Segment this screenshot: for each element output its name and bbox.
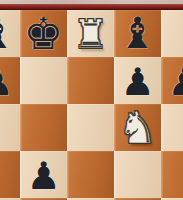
square-d7[interactable]: ♟: [114, 57, 161, 104]
piece-black-pawn[interactable]: ♟: [161, 57, 183, 104]
piece-black-pawn[interactable]: ♟: [0, 57, 20, 104]
square-d6[interactable]: ♞: [114, 104, 161, 151]
square-c4[interactable]: [67, 198, 114, 200]
square-a7[interactable]: ♟: [0, 57, 20, 104]
square-c5[interactable]: [67, 151, 114, 198]
square-a4[interactable]: [0, 198, 20, 200]
chess-board: ♝♚♜♝♟♟♟♞♟: [0, 10, 183, 200]
square-b6[interactable]: [20, 104, 67, 151]
board-viewport: ♝♚♜♝♟♟♟♞♟: [0, 10, 183, 200]
square-d8[interactable]: ♝: [114, 10, 161, 57]
piece-white-knight[interactable]: ♞: [114, 104, 161, 151]
square-e7[interactable]: ♟: [161, 57, 183, 104]
square-e4[interactable]: [161, 198, 183, 200]
square-e5[interactable]: [161, 151, 183, 198]
piece-white-rook[interactable]: ♜: [67, 10, 114, 57]
square-e6[interactable]: [161, 104, 183, 151]
square-b5[interactable]: ♟: [20, 151, 67, 198]
square-d5[interactable]: [114, 151, 161, 198]
square-c7[interactable]: [67, 57, 114, 104]
square-a8[interactable]: ♝: [0, 10, 20, 57]
piece-black-bishop[interactable]: ♝: [0, 10, 20, 57]
square-a5[interactable]: [0, 151, 20, 198]
square-b8[interactable]: ♚: [20, 10, 67, 57]
piece-black-pawn[interactable]: ♟: [114, 57, 161, 104]
square-c8[interactable]: ♜: [67, 10, 114, 57]
piece-black-bishop[interactable]: ♝: [114, 10, 161, 57]
chess-app-screen: ♝♚♜♝♟♟♟♞♟: [0, 0, 183, 200]
square-b4[interactable]: [20, 198, 67, 200]
square-e8[interactable]: [161, 10, 183, 57]
square-d4[interactable]: [114, 198, 161, 200]
square-b7[interactable]: [20, 57, 67, 104]
square-a6[interactable]: [0, 104, 20, 151]
piece-black-king[interactable]: ♚: [20, 10, 67, 57]
piece-black-pawn[interactable]: ♟: [20, 151, 67, 198]
square-c6[interactable]: [67, 104, 114, 151]
